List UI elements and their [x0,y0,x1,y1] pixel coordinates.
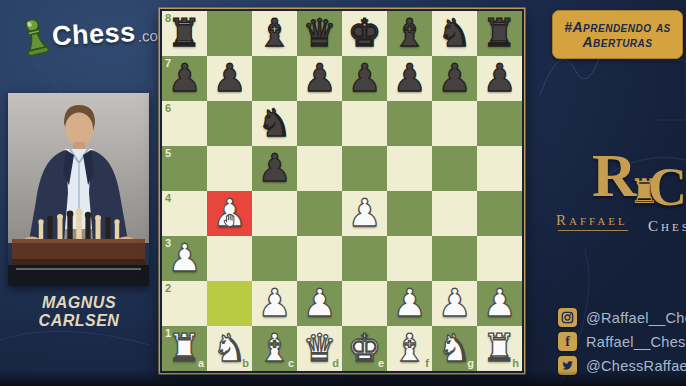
rank-label-2: 2 [165,283,171,294]
square-f1[interactable]: f♝ [387,326,432,371]
square-d8[interactable]: ♛ [297,11,342,56]
black-rook-a8[interactable]: ♜ [162,11,207,56]
social-twitter[interactable]: @ChessRaffael [558,356,686,375]
square-a7[interactable]: 7♟ [162,56,207,101]
square-c7[interactable] [252,56,297,101]
square-g2[interactable]: ♟ [432,281,477,326]
white-rook-a1[interactable]: ♜ [162,326,207,371]
square-h4[interactable] [477,191,522,236]
white-pawn-c2[interactable]: ♟ [252,281,297,326]
black-pawn-d7[interactable]: ♟ [297,56,342,101]
square-a1[interactable]: 1a♜ [162,326,207,371]
square-c1[interactable]: c♝ [252,326,297,371]
video-frame: Chess.com [0,0,686,386]
square-c5[interactable]: ♟ [252,146,297,191]
square-f4[interactable] [387,191,432,236]
raffael-chess-logo: R ♜ C Raffael Chess [556,156,686,242]
square-b1[interactable]: b♞ [207,326,252,371]
square-h2[interactable]: ♟ [477,281,522,326]
file-label-b: b [242,358,249,369]
player-photo [8,93,149,286]
square-e5[interactable] [342,146,387,191]
square-a6[interactable]: 6 [162,101,207,146]
square-g8[interactable]: ♞ [432,11,477,56]
square-h1[interactable]: h♜ [477,326,522,371]
hashtag-badge: #Aprendendo as Aberturas [552,10,683,59]
white-pawn-h2[interactable]: ♟ [477,281,522,326]
hashtag-line2: Aberturas [583,35,653,50]
rc-divider-line [558,230,628,231]
square-h6[interactable] [477,101,522,146]
rank-label-7: 7 [165,58,171,69]
white-pawn-e4[interactable]: ♟ [342,191,387,236]
player-name: Magnus Carlsen [0,294,158,330]
square-a5[interactable]: 5 [162,146,207,191]
square-d4[interactable] [297,191,342,236]
square-e8[interactable]: ♚ [342,11,387,56]
file-label-g: g [467,358,474,369]
square-b4[interactable]: ♟ [207,191,252,236]
square-b7[interactable]: ♟ [207,56,252,101]
square-e6[interactable] [342,101,387,146]
file-label-a: a [198,358,204,369]
square-c6[interactable]: ♞ [252,101,297,146]
square-c2[interactable]: ♟ [252,281,297,326]
white-pawn-f2[interactable]: ♟ [387,281,432,326]
chesscom-pawn-icon [16,14,54,60]
square-e7[interactable]: ♟ [342,56,387,101]
square-g7[interactable]: ♟ [432,56,477,101]
white-bishop-f1[interactable]: ♝ [387,326,432,371]
square-c4[interactable] [252,191,297,236]
square-a3[interactable]: 3♟ [162,236,207,281]
file-label-d: d [332,358,339,369]
square-h5[interactable] [477,146,522,191]
square-g1[interactable]: g♞ [432,326,477,371]
rank-label-8: 8 [165,13,171,24]
white-pawn-g2[interactable]: ♟ [432,281,477,326]
square-f2[interactable]: ♟ [387,281,432,326]
social-handles: @Raffael__Chess f Raffael__Chess @ChessR… [558,308,686,375]
black-pawn-e7[interactable]: ♟ [342,56,387,101]
square-e1[interactable]: e♚ [342,326,387,371]
square-c3[interactable] [252,236,297,281]
square-e2[interactable] [342,281,387,326]
square-f7[interactable]: ♟ [387,56,432,101]
social-facebook[interactable]: f Raffael__Chess [558,332,686,351]
black-pawn-c5[interactable]: ♟ [252,146,297,191]
rank-label-5: 5 [165,148,171,159]
file-label-h: h [512,358,519,369]
black-pawn-a7[interactable]: ♟ [162,56,207,101]
rank-label-3: 3 [165,238,171,249]
black-pawn-f7[interactable]: ♟ [387,56,432,101]
square-b6[interactable] [207,101,252,146]
rank-label-6: 6 [165,103,171,114]
square-d3[interactable] [297,236,342,281]
square-b5[interactable] [207,146,252,191]
square-d6[interactable] [297,101,342,146]
square-e4[interactable]: ♟ [342,191,387,236]
square-b2[interactable] [207,281,252,326]
chess-board[interactable]: 8♜♝♛♚♝♞♜7♟♟♟♟♟♟♟6♞5♟4♟ ♟3♟2♟♟♟♟♟1a♜b♞c♝d… [160,9,524,373]
square-e3[interactable] [342,236,387,281]
square-b8[interactable] [207,11,252,56]
black-pawn-b7[interactable]: ♟ [207,56,252,101]
instagram-icon [558,308,577,327]
facebook-handle: Raffael__Chess [586,334,686,350]
square-h3[interactable] [477,236,522,281]
white-bishop-c1[interactable]: ♝ [252,326,297,371]
square-f3[interactable] [387,236,432,281]
black-pawn-h7[interactable]: ♟ [477,56,522,101]
square-a2[interactable]: 2 [162,281,207,326]
hashtag-line1: #Aprendendo as [564,20,671,35]
square-h8[interactable]: ♜ [477,11,522,56]
white-knight-g1[interactable]: ♞ [432,326,477,371]
square-g6[interactable] [432,101,477,146]
rc-letter-c: C [648,160,686,214]
square-d2[interactable]: ♟ [297,281,342,326]
black-bishop-c8[interactable]: ♝ [252,11,297,56]
twitter-handle: @ChessRaffael [586,358,686,374]
black-knight-g8[interactable]: ♞ [432,11,477,56]
twitter-icon [558,356,577,375]
file-label-c: c [288,358,294,369]
square-d5[interactable] [297,146,342,191]
square-f8[interactable]: ♝ [387,11,432,56]
rank-label-1: 1 [165,328,171,339]
square-c8[interactable]: ♝ [252,11,297,56]
white-king-e1[interactable]: ♚ [342,326,387,371]
white-pawn-a3[interactable]: ♟ [162,236,207,281]
square-g4[interactable] [432,191,477,236]
rc-word-raffael: Raffael [556,212,628,229]
square-f5[interactable] [387,146,432,191]
rc-word-chess: Chess [648,218,686,235]
black-bishop-f8[interactable]: ♝ [387,11,432,56]
white-knight-b1[interactable]: ♞ [207,326,252,371]
square-d1[interactable]: d♛ [297,326,342,371]
chesscom-wordmark: Chess [51,16,136,51]
black-pawn-g7[interactable]: ♟ [432,56,477,101]
square-a4[interactable]: 4 [162,191,207,236]
black-queen-d8[interactable]: ♛ [297,11,342,56]
white-queen-d1[interactable]: ♛ [297,326,342,371]
white-rook-h1[interactable]: ♜ [477,326,522,371]
social-instagram[interactable]: @Raffael__Chess [558,308,686,327]
black-rook-h8[interactable]: ♜ [477,11,522,56]
rank-label-4: 4 [165,193,171,204]
chesscom-logo: Chess.com [19,10,171,58]
grab-hand-cursor [220,211,239,230]
file-label-e: e [378,358,384,369]
square-g3[interactable] [432,236,477,281]
square-h7[interactable]: ♟ [477,56,522,101]
square-d7[interactable]: ♟ [297,56,342,101]
square-f6[interactable] [387,101,432,146]
white-pawn-b4[interactable]: ♟ [207,191,252,236]
square-b3[interactable] [207,236,252,281]
square-g5[interactable] [432,146,477,191]
white-pawn-d2[interactable]: ♟ [297,281,342,326]
square-a8[interactable]: 8♜ [162,11,207,56]
file-label-f: f [425,358,429,369]
facebook-icon: f [558,332,577,351]
black-king-e8[interactable]: ♚ [342,11,387,56]
black-knight-c6[interactable]: ♞ [252,101,297,146]
instagram-handle: @Raffael__Chess [586,310,686,326]
